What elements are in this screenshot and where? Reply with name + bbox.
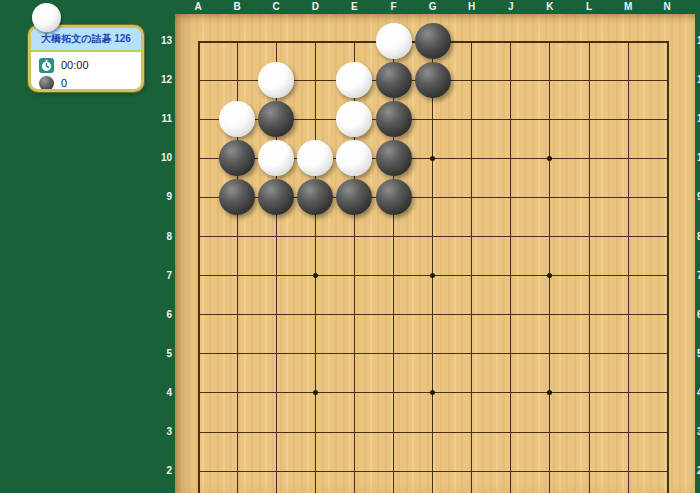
captures-row: 0 (39, 74, 141, 92)
board-cell-N8[interactable] (648, 217, 687, 256)
black-stone-C9 (258, 179, 294, 215)
board-cell-F7[interactable] (374, 256, 413, 295)
board-cell-A10[interactable] (179, 139, 218, 178)
board-cell-J12[interactable] (491, 61, 530, 100)
board-cell-F12[interactable] (374, 61, 413, 100)
board-cell-E3[interactable] (335, 412, 374, 451)
board-cell-D12[interactable] (296, 61, 335, 100)
board-cell-B4[interactable] (218, 373, 257, 412)
col-label-L: L (570, 0, 609, 14)
col-label-K: K (530, 0, 569, 14)
board-cell-B6[interactable] (218, 295, 257, 334)
board-cell-C5[interactable] (257, 334, 296, 373)
board-cell-F9[interactable] (374, 178, 413, 217)
board-cell-A6[interactable] (179, 295, 218, 334)
black-stone-F9 (376, 179, 412, 215)
board-cell-L6[interactable] (569, 295, 608, 334)
hoshi-point (313, 390, 318, 395)
board-cell-L11[interactable] (569, 100, 608, 139)
board-cell-H11[interactable] (452, 100, 491, 139)
row-label-left-13: 13 (146, 34, 172, 48)
board-cell-K10[interactable] (530, 139, 569, 178)
board-cell-D7[interactable] (296, 256, 335, 295)
black-stone-G12 (415, 62, 451, 98)
board-cell-L8[interactable] (569, 217, 608, 256)
board-cell-L9[interactable] (569, 178, 608, 217)
white-stone-E12 (336, 62, 372, 98)
board-cell-C7[interactable] (257, 256, 296, 295)
board-cell-M10[interactable] (609, 139, 648, 178)
col-label-D: D (296, 0, 335, 14)
board-cell-A8[interactable] (179, 217, 218, 256)
col-label-B: B (218, 0, 257, 14)
black-stone-E9 (336, 179, 372, 215)
board-cell-E5[interactable] (335, 334, 374, 373)
board-cell-A2[interactable] (179, 452, 218, 491)
goban-grid (179, 22, 687, 493)
board-cell-G9[interactable] (413, 178, 452, 217)
black-stone-C11 (258, 101, 294, 137)
board-cell-K3[interactable] (530, 412, 569, 451)
board-cell-D2[interactable] (296, 452, 335, 491)
go-board (175, 14, 695, 493)
board-cell-F3[interactable] (374, 412, 413, 451)
captures-value: 0 (61, 77, 67, 89)
black-stone-F12 (376, 62, 412, 98)
board-cell-M2[interactable] (609, 452, 648, 491)
board-cell-K2[interactable] (530, 452, 569, 491)
timer-row: 00:00 (39, 56, 141, 74)
board-cell-F13[interactable] (374, 22, 413, 61)
board-cell-G7[interactable] (413, 256, 452, 295)
board-cell-J3[interactable] (491, 412, 530, 451)
board-cell-H10[interactable] (452, 139, 491, 178)
board-cell-C4[interactable] (257, 373, 296, 412)
black-stone-F11 (376, 101, 412, 137)
board-cell-H12[interactable] (452, 61, 491, 100)
board-cell-L5[interactable] (569, 334, 608, 373)
board-cell-K13[interactable] (530, 22, 569, 61)
board-cell-G5[interactable] (413, 334, 452, 373)
board-cell-L4[interactable] (569, 373, 608, 412)
board-cell-E13[interactable] (335, 22, 374, 61)
board-cell-A7[interactable] (179, 256, 218, 295)
board-cell-B8[interactable] (218, 217, 257, 256)
white-stone-E11 (336, 101, 372, 137)
board-cell-E7[interactable] (335, 256, 374, 295)
board-cell-D10[interactable] (296, 139, 335, 178)
board-cell-G12[interactable] (413, 61, 452, 100)
board-cell-A11[interactable] (179, 100, 218, 139)
board-cell-B7[interactable] (218, 256, 257, 295)
hoshi-point (430, 390, 435, 395)
board-cell-N11[interactable] (648, 100, 687, 139)
board-cell-J13[interactable] (491, 22, 530, 61)
turn-indicator-white-stone (32, 3, 61, 32)
board-cell-G10[interactable] (413, 139, 452, 178)
board-cell-N2[interactable] (648, 452, 687, 491)
board-cell-M8[interactable] (609, 217, 648, 256)
board-cell-K6[interactable] (530, 295, 569, 334)
hoshi-point (547, 273, 552, 278)
board-cell-N10[interactable] (648, 139, 687, 178)
board-cell-L13[interactable] (569, 22, 608, 61)
board-cell-K11[interactable] (530, 100, 569, 139)
row-label-left-2: 2 (146, 464, 172, 478)
col-label-J: J (491, 0, 530, 14)
board-cell-N5[interactable] (648, 334, 687, 373)
board-cell-J8[interactable] (491, 217, 530, 256)
board-cell-H2[interactable] (452, 452, 491, 491)
board-cell-N3[interactable] (648, 412, 687, 451)
board-cell-G4[interactable] (413, 373, 452, 412)
board-cell-F11[interactable] (374, 100, 413, 139)
board-cell-M13[interactable] (609, 22, 648, 61)
board-cell-J9[interactable] (491, 178, 530, 217)
board-cell-L2[interactable] (569, 452, 608, 491)
col-label-G: G (413, 0, 452, 14)
black-stone-icon (39, 76, 54, 91)
board-cell-E12[interactable] (335, 61, 374, 100)
row-label-left-5: 5 (146, 347, 172, 361)
row-label-left-9: 9 (146, 190, 172, 204)
white-stone-C12 (258, 62, 294, 98)
board-cell-E10[interactable] (335, 139, 374, 178)
col-label-H: H (452, 0, 491, 14)
board-cell-H9[interactable] (452, 178, 491, 217)
board-cell-E6[interactable] (335, 295, 374, 334)
board-cell-N4[interactable] (648, 373, 687, 412)
board-cell-B2[interactable] (218, 452, 257, 491)
board-cell-G8[interactable] (413, 217, 452, 256)
row-label-left-11: 11 (146, 112, 172, 126)
board-cell-E8[interactable] (335, 217, 374, 256)
board-cell-N6[interactable] (648, 295, 687, 334)
board-cell-H7[interactable] (452, 256, 491, 295)
board-cell-J2[interactable] (491, 452, 530, 491)
board-cell-K9[interactable] (530, 178, 569, 217)
board-cell-B13[interactable] (218, 22, 257, 61)
board-cell-L3[interactable] (569, 412, 608, 451)
board-cell-H13[interactable] (452, 22, 491, 61)
board-cell-D9[interactable] (296, 178, 335, 217)
hoshi-point (547, 390, 552, 395)
board-cell-A3[interactable] (179, 412, 218, 451)
board-cell-D8[interactable] (296, 217, 335, 256)
board-cell-J5[interactable] (491, 334, 530, 373)
row-label-left-12: 12 (146, 73, 172, 87)
row-label-left-4: 4 (146, 386, 172, 400)
board-cell-N7[interactable] (648, 256, 687, 295)
board-cell-A4[interactable] (179, 373, 218, 412)
board-cell-B5[interactable] (218, 334, 257, 373)
board-cell-D3[interactable] (296, 412, 335, 451)
board-cell-K12[interactable] (530, 61, 569, 100)
tsumego-app: { "app": { "colors": { "background_green… (0, 0, 700, 493)
board-cell-A5[interactable] (179, 334, 218, 373)
white-stone-D10 (297, 140, 333, 176)
board-cell-N9[interactable] (648, 178, 687, 217)
board-cell-N13[interactable] (648, 22, 687, 61)
board-cell-D13[interactable] (296, 22, 335, 61)
clock-icon (39, 58, 54, 73)
board-cell-D11[interactable] (296, 100, 335, 139)
board-cell-M5[interactable] (609, 334, 648, 373)
board-cell-G11[interactable] (413, 100, 452, 139)
black-stone-B9 (219, 179, 255, 215)
board-cell-A9[interactable] (179, 178, 218, 217)
board-cell-B9[interactable] (218, 178, 257, 217)
board-cell-M7[interactable] (609, 256, 648, 295)
board-cell-C12[interactable] (257, 61, 296, 100)
board-cell-C9[interactable] (257, 178, 296, 217)
board-cell-A13[interactable] (179, 22, 218, 61)
board-cell-F6[interactable] (374, 295, 413, 334)
white-stone-B11 (219, 101, 255, 137)
board-cell-C2[interactable] (257, 452, 296, 491)
board-cell-C8[interactable] (257, 217, 296, 256)
board-cell-H5[interactable] (452, 334, 491, 373)
board-cell-G13[interactable] (413, 22, 452, 61)
col-label-F: F (374, 0, 413, 14)
board-cell-A12[interactable] (179, 61, 218, 100)
black-stone-G13 (415, 23, 451, 59)
board-cell-F5[interactable] (374, 334, 413, 373)
board-cell-M3[interactable] (609, 412, 648, 451)
board-cell-G3[interactable] (413, 412, 452, 451)
white-stone-C10 (258, 140, 294, 176)
board-cell-E4[interactable] (335, 373, 374, 412)
row-label-left-3: 3 (146, 425, 172, 439)
board-cell-D5[interactable] (296, 334, 335, 373)
hoshi-point (430, 273, 435, 278)
col-label-C: C (257, 0, 296, 14)
board-cell-E11[interactable] (335, 100, 374, 139)
board-cell-K5[interactable] (530, 334, 569, 373)
board-cell-C13[interactable] (257, 22, 296, 61)
row-label-left-10: 10 (146, 151, 172, 165)
board-cell-H4[interactable] (452, 373, 491, 412)
board-cell-D6[interactable] (296, 295, 335, 334)
board-cell-F4[interactable] (374, 373, 413, 412)
board-cell-L7[interactable] (569, 256, 608, 295)
white-stone-E10 (336, 140, 372, 176)
board-cell-F2[interactable] (374, 452, 413, 491)
board-cell-N12[interactable] (648, 61, 687, 100)
board-cell-B3[interactable] (218, 412, 257, 451)
board-cell-K7[interactable] (530, 256, 569, 295)
board-cell-J7[interactable] (491, 256, 530, 295)
board-cell-G2[interactable] (413, 452, 452, 491)
board-cell-J10[interactable] (491, 139, 530, 178)
board-cell-F10[interactable] (374, 139, 413, 178)
board-cell-G6[interactable] (413, 295, 452, 334)
board-cell-D4[interactable] (296, 373, 335, 412)
board-cell-K4[interactable] (530, 373, 569, 412)
row-label-left-6: 6 (146, 308, 172, 322)
row-label-left-7: 7 (146, 269, 172, 283)
board-cell-H8[interactable] (452, 217, 491, 256)
board-cell-B12[interactable] (218, 61, 257, 100)
board-cell-M12[interactable] (609, 61, 648, 100)
col-label-A: A (179, 0, 218, 14)
row-label-left-8: 8 (146, 230, 172, 244)
black-stone-F10 (376, 140, 412, 176)
hoshi-point (313, 273, 318, 278)
board-cell-J6[interactable] (491, 295, 530, 334)
col-label-E: E (335, 0, 374, 14)
board-cell-K8[interactable] (530, 217, 569, 256)
board-cell-M6[interactable] (609, 295, 648, 334)
board-cell-M9[interactable] (609, 178, 648, 217)
board-cell-B11[interactable] (218, 100, 257, 139)
board-cell-H6[interactable] (452, 295, 491, 334)
board-cell-L10[interactable] (569, 139, 608, 178)
board-cell-C3[interactable] (257, 412, 296, 451)
board-cell-F8[interactable] (374, 217, 413, 256)
hoshi-point (430, 156, 435, 161)
board-cell-B10[interactable] (218, 139, 257, 178)
board-cell-M4[interactable] (609, 373, 648, 412)
board-cell-C6[interactable] (257, 295, 296, 334)
col-label-N: N (648, 0, 687, 14)
black-stone-B10 (219, 140, 255, 176)
col-label-M: M (609, 0, 648, 14)
board-cell-J4[interactable] (491, 373, 530, 412)
hoshi-point (547, 156, 552, 161)
timer-value: 00:00 (61, 59, 89, 71)
board-cell-C11[interactable] (257, 100, 296, 139)
board-cell-H3[interactable] (452, 412, 491, 451)
puzzle-info-card: 大橋拓文の詰碁 126 00:00 0 (28, 25, 144, 92)
board-cell-E9[interactable] (335, 178, 374, 217)
board-cell-C10[interactable] (257, 139, 296, 178)
board-cell-L12[interactable] (569, 61, 608, 100)
board-cell-M11[interactable] (609, 100, 648, 139)
white-stone-F13 (376, 23, 412, 59)
board-cell-E2[interactable] (335, 452, 374, 491)
black-stone-D9 (297, 179, 333, 215)
board-cell-J11[interactable] (491, 100, 530, 139)
